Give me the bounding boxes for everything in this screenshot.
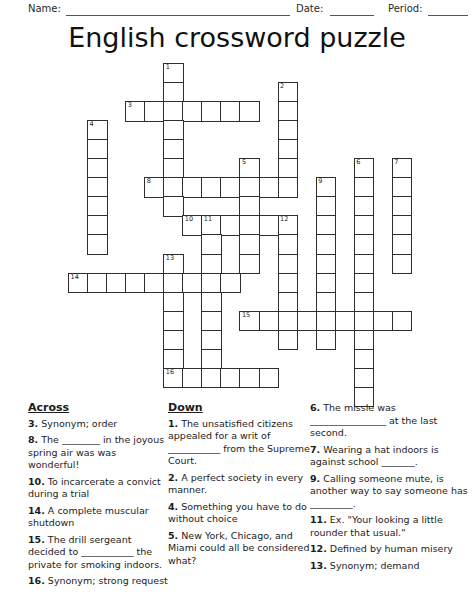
clue-number: 4.: [168, 501, 178, 512]
grid-cell-r8c10[interactable]: [259, 215, 280, 236]
grid-cell-r10c7[interactable]: [201, 254, 222, 275]
grid-cell-r7c17[interactable]: [392, 196, 413, 217]
clue-number: 16.: [28, 575, 45, 586]
down-heading: Down: [168, 402, 310, 415]
grid-cell-r6c7[interactable]: [201, 177, 222, 198]
cell-number: 10: [185, 216, 193, 223]
cell-number: 6: [356, 159, 360, 166]
grid-cell-r13c11[interactable]: [278, 311, 299, 332]
name-label: Name:: [28, 3, 61, 14]
clue-number: 14.: [28, 505, 45, 516]
grid-cell-r6c4[interactable]: 8: [144, 177, 165, 198]
grid-cell-r12c15[interactable]: [354, 292, 375, 313]
cell-number: 5: [242, 159, 246, 166]
grid-cell-r8c11[interactable]: 12: [278, 215, 299, 236]
grid-cell-r14c5[interactable]: [163, 330, 184, 351]
across-heading: Across: [28, 402, 168, 415]
clue-number: 6.: [310, 402, 320, 413]
grid-cell-r9c9[interactable]: [239, 234, 260, 255]
clue-item-13: 13. Synonym; demand: [310, 560, 468, 573]
cell-number: 1: [166, 64, 170, 71]
grid-cell-r10c17[interactable]: [392, 254, 413, 275]
grid-cell-r13c15[interactable]: [354, 311, 375, 332]
clue-number: 2.: [168, 472, 178, 483]
grid-cell-r2c8[interactable]: [220, 101, 241, 122]
grid-cell-r2c4[interactable]: [144, 101, 165, 122]
crossword-grid: 12345678910111213141516: [68, 63, 412, 407]
clue-number: 15.: [28, 534, 45, 545]
grid-cell-r10c9[interactable]: [239, 254, 260, 275]
clue-number: 8.: [28, 434, 38, 445]
grid-cell-r5c15[interactable]: 6: [354, 158, 375, 179]
clue-item-2: 2. A perfect society in every manner.: [168, 472, 310, 497]
grid-cell-r6c17[interactable]: [392, 177, 413, 198]
grid-cell-r7c9[interactable]: [239, 196, 260, 217]
cell-number: 2: [280, 83, 284, 90]
clue-number: 10.: [28, 476, 45, 487]
cell-number: 4: [90, 121, 94, 128]
grid-cell-r2c6[interactable]: [182, 101, 203, 122]
grid-cell-r9c7[interactable]: [201, 234, 222, 255]
cell-number: 15: [242, 312, 250, 319]
cell-number: 3: [128, 102, 132, 109]
cell-number: 12: [280, 216, 288, 223]
grid-cell-r4c5[interactable]: [163, 139, 184, 160]
grid-cell-r3c5[interactable]: [163, 120, 184, 141]
grid-cell-r10c13[interactable]: [316, 254, 337, 275]
clue-item-1: 1. The unsatisfied citizens appealed for…: [168, 418, 310, 468]
grid-cell-r8c17[interactable]: [392, 215, 413, 236]
grid-cell-r11c5[interactable]: [163, 273, 184, 294]
grid-cell-r9c1[interactable]: [87, 234, 108, 255]
grid-cell-r13c12[interactable]: [297, 311, 318, 332]
grid-cell-r6c5[interactable]: [163, 177, 184, 198]
down-clue-list: 1. The unsatisfied citizens appealed for…: [168, 418, 310, 568]
grid-cell-r11c3[interactable]: [125, 273, 146, 294]
across-clue-list: 3. Synonym; order8. The ________ in the …: [28, 418, 168, 588]
grid-cell-r9c17[interactable]: [392, 234, 413, 255]
grid-cell-r12c11[interactable]: [278, 292, 299, 313]
grid-cell-r7c15[interactable]: [354, 196, 375, 217]
grid-cell-r8c8[interactable]: [220, 215, 241, 236]
cell-number: 7: [394, 159, 398, 166]
grid-cell-r5c17[interactable]: 7: [392, 158, 413, 179]
grid-cell-r11c1[interactable]: [87, 273, 108, 294]
grid-cell-r11c7[interactable]: [201, 273, 222, 294]
grid-cell-r14c11[interactable]: [278, 330, 299, 351]
grid-cell-r13c7[interactable]: [201, 311, 222, 332]
grid-cell-r8c9[interactable]: [239, 215, 260, 236]
grid-cell-r11c11[interactable]: [278, 273, 299, 294]
clue-item-3: 3. Synonym; order: [28, 418, 168, 431]
clue-number: 9.: [310, 473, 320, 484]
grid-cell-r13c17[interactable]: [392, 311, 413, 332]
grid-cell-r12c5[interactable]: [163, 292, 184, 313]
grid-cell-r11c2[interactable]: [106, 273, 127, 294]
grid-cell-r8c1[interactable]: [87, 215, 108, 236]
grid-cell-r12c7[interactable]: [201, 292, 222, 313]
grid-cell-r13c14[interactable]: [335, 311, 356, 332]
cell-number: 14: [71, 274, 79, 281]
cell-number: 9: [318, 178, 322, 185]
grid-cell-r5c5[interactable]: [163, 158, 184, 179]
grid-cell-r11c4[interactable]: [144, 273, 165, 294]
down-clues-column: Down 1. The unsatisfied citizens appeale…: [168, 402, 310, 571]
page-title: English crossword puzzle: [0, 22, 474, 53]
grid-cell-r16c6[interactable]: [182, 368, 203, 389]
clue-number: 1.: [168, 418, 178, 429]
name-blank-line[interactable]: [66, 3, 290, 16]
grid-cell-r2c5[interactable]: [163, 101, 184, 122]
grid-cell-r6c9[interactable]: [239, 177, 260, 198]
grid-cell-r14c7[interactable]: [201, 330, 222, 351]
grid-cell-r6c13[interactable]: 9: [316, 177, 337, 198]
grid-cell-r6c1[interactable]: [87, 177, 108, 198]
grid-cell-r1c11[interactable]: 2: [278, 82, 299, 103]
grid-cell-r16c9[interactable]: [239, 368, 260, 389]
grid-cell-r2c11[interactable]: [278, 101, 299, 122]
grid-cell-r16c8[interactable]: [220, 368, 241, 389]
grid-cell-r16c5[interactable]: 16: [163, 368, 184, 389]
clue-item-14: 14. A complete muscular shutdown: [28, 505, 168, 530]
grid-cell-r10c15[interactable]: [354, 254, 375, 275]
grid-cell-r7c13[interactable]: [316, 196, 337, 217]
grid-cell-r5c1[interactable]: [87, 158, 108, 179]
grid-cell-r0c5[interactable]: 1: [163, 63, 184, 84]
grid-cell-r6c8[interactable]: [220, 177, 241, 198]
grid-cell-r9c15[interactable]: [354, 234, 375, 255]
clue-number: 3.: [28, 418, 38, 429]
down-clues-continued-column: 6. The missle was ________________ at th…: [310, 402, 468, 576]
period-label: Period:: [388, 3, 423, 14]
cell-number: 8: [147, 178, 151, 185]
clue-number: 13.: [310, 560, 327, 571]
grid-cell-r15c15[interactable]: [354, 349, 375, 370]
grid-cell-r6c11[interactable]: [278, 177, 299, 198]
clue-item-8: 8. The ________ in the joyous spring air…: [28, 434, 168, 472]
grid-cell-r8c15[interactable]: [354, 215, 375, 236]
grid-cell-r11c8[interactable]: [220, 273, 241, 294]
grid-cell-r8c7[interactable]: 11: [201, 215, 222, 236]
grid-cell-r5c9[interactable]: 5: [239, 158, 260, 179]
grid-cell-r11c13[interactable]: [316, 273, 337, 294]
grid-cell-r2c9[interactable]: [239, 101, 260, 122]
grid-cell-r2c3[interactable]: 3: [125, 101, 146, 122]
clue-item-6: 6. The missle was ________________ at th…: [310, 402, 468, 440]
date-label: Date:: [296, 3, 323, 14]
grid-cell-r10c11[interactable]: [278, 254, 299, 275]
grid-cell-r3c11[interactable]: [278, 120, 299, 141]
grid-cell-r10c5[interactable]: 13: [163, 254, 184, 275]
clue-item-5: 5. New York, Chicago, and Miami could al…: [168, 530, 310, 568]
grid-cell-r11c15[interactable]: [354, 273, 375, 294]
grid-cell-r9c11[interactable]: [278, 234, 299, 255]
grid-cell-r12c13[interactable]: [316, 292, 337, 313]
grid-cell-r5c11[interactable]: [278, 158, 299, 179]
grid-cell-r16c7[interactable]: [201, 368, 222, 389]
grid-cell-r3c1[interactable]: 4: [87, 120, 108, 141]
cell-number: 16: [166, 369, 174, 376]
grid-cell-r15c7[interactable]: [201, 349, 222, 370]
clue-number: 7.: [310, 444, 320, 455]
grid-cell-r13c16[interactable]: [373, 311, 394, 332]
grid-cell-r1c5[interactable]: [163, 82, 184, 103]
grid-cell-r11c0[interactable]: 14: [68, 273, 89, 294]
clue-item-12: 12. Defined by human misery: [310, 543, 468, 556]
grid-cell-r6c6[interactable]: [182, 177, 203, 198]
grid-cell-r16c10[interactable]: [259, 368, 280, 389]
grid-cell-r2c7[interactable]: [201, 101, 222, 122]
down-clue-list-continued: 6. The missle was ________________ at th…: [310, 402, 468, 572]
clue-item-9: 9. Calling someone mute, is another way …: [310, 473, 468, 511]
grid-cell-r7c1[interactable]: [87, 196, 108, 217]
clue-number: 11.: [310, 514, 327, 525]
clue-item-7: 7. Wearing a hat indoors is against scho…: [310, 444, 468, 469]
period-blank-line[interactable]: [428, 3, 468, 16]
grid-cell-r8c6[interactable]: 10: [182, 215, 203, 236]
across-clues-column: Across 3. Synonym; order8. The ________ …: [28, 402, 168, 592]
date-blank-line[interactable]: [330, 3, 374, 16]
clue-item-4: 4. Something you have to do without choi…: [168, 501, 310, 526]
grid-cell-r16c15[interactable]: [354, 368, 375, 389]
cell-number: 11: [204, 216, 212, 223]
grid-cell-r13c10[interactable]: [259, 311, 280, 332]
clue-item-10: 10. To incarcerate a convict during a tr…: [28, 476, 168, 501]
grid-cell-r15c5[interactable]: [163, 349, 184, 370]
grid-cell-r6c15[interactable]: [354, 177, 375, 198]
grid-cell-r4c1[interactable]: [87, 139, 108, 160]
grid-cell-r14c15[interactable]: [354, 330, 375, 351]
grid-cell-r7c5[interactable]: [163, 196, 184, 217]
grid-cell-r14c13[interactable]: [316, 330, 337, 351]
grid-cell-r8c13[interactable]: [316, 215, 337, 236]
grid-cell-r6c10[interactable]: [259, 177, 280, 198]
grid-cell-r4c11[interactable]: [278, 139, 299, 160]
grid-cell-r13c13[interactable]: [316, 311, 337, 332]
clue-item-15: 15. The drill sergeant decided to ______…: [28, 534, 168, 572]
clue-item-11: 11. Ex. "Your looking a little rounder t…: [310, 514, 468, 539]
clue-item-16: 16. Synonym; strong request: [28, 575, 168, 588]
grid-cell-r13c5[interactable]: [163, 311, 184, 332]
cell-number: 13: [166, 255, 174, 262]
grid-cell-r9c13[interactable]: [316, 234, 337, 255]
clue-number: 12.: [310, 543, 327, 554]
grid-cell-r13c9[interactable]: 15: [239, 311, 260, 332]
grid-cell-r11c6[interactable]: [182, 273, 203, 294]
clue-number: 5.: [168, 530, 178, 541]
